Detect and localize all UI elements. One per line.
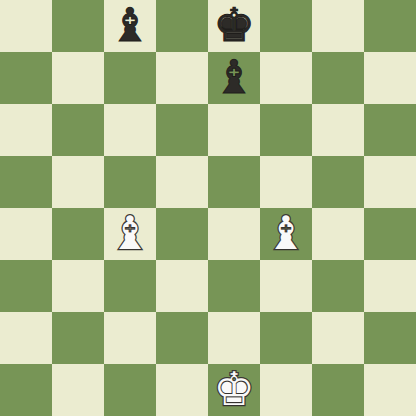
square-g3[interactable] [312,260,364,312]
square-b8[interactable] [52,0,104,52]
square-f5[interactable] [260,156,312,208]
square-a5[interactable] [0,156,52,208]
square-b7[interactable] [52,52,104,104]
square-h6[interactable] [364,104,416,156]
white-king[interactable]: ♚ [213,366,254,412]
square-b4[interactable] [52,208,104,260]
square-h4[interactable] [364,208,416,260]
square-f2[interactable] [260,312,312,364]
square-b5[interactable] [52,156,104,208]
chess-board: ♝♚♝♝♝♚ [0,0,416,416]
square-d3[interactable] [156,260,208,312]
square-d6[interactable] [156,104,208,156]
square-g1[interactable] [312,364,364,416]
square-c3[interactable] [104,260,156,312]
square-d4[interactable] [156,208,208,260]
black-king[interactable]: ♚ [213,2,254,48]
square-f1[interactable] [260,364,312,416]
square-h7[interactable] [364,52,416,104]
square-a7[interactable] [0,52,52,104]
square-g8[interactable] [312,0,364,52]
square-e7[interactable]: ♝ [208,52,260,104]
square-h5[interactable] [364,156,416,208]
square-c4[interactable]: ♝ [104,208,156,260]
square-b2[interactable] [52,312,104,364]
square-g4[interactable] [312,208,364,260]
square-h8[interactable] [364,0,416,52]
square-c2[interactable] [104,312,156,364]
square-h2[interactable] [364,312,416,364]
square-f8[interactable] [260,0,312,52]
square-c8[interactable]: ♝ [104,0,156,52]
square-b1[interactable] [52,364,104,416]
square-e2[interactable] [208,312,260,364]
white-bishop[interactable]: ♝ [265,210,306,256]
square-f4[interactable]: ♝ [260,208,312,260]
square-a4[interactable] [0,208,52,260]
square-a2[interactable] [0,312,52,364]
black-bishop[interactable]: ♝ [109,2,150,48]
square-d1[interactable] [156,364,208,416]
square-c1[interactable] [104,364,156,416]
square-c7[interactable] [104,52,156,104]
square-f3[interactable] [260,260,312,312]
black-bishop[interactable]: ♝ [213,54,254,100]
square-g5[interactable] [312,156,364,208]
square-g2[interactable] [312,312,364,364]
square-e5[interactable] [208,156,260,208]
square-e4[interactable] [208,208,260,260]
square-h1[interactable] [364,364,416,416]
square-e6[interactable] [208,104,260,156]
square-a3[interactable] [0,260,52,312]
square-a1[interactable] [0,364,52,416]
square-b3[interactable] [52,260,104,312]
square-d5[interactable] [156,156,208,208]
square-f7[interactable] [260,52,312,104]
square-f6[interactable] [260,104,312,156]
square-c5[interactable] [104,156,156,208]
square-e3[interactable] [208,260,260,312]
square-e1[interactable]: ♚ [208,364,260,416]
square-c6[interactable] [104,104,156,156]
square-a6[interactable] [0,104,52,156]
square-e8[interactable]: ♚ [208,0,260,52]
square-a8[interactable] [0,0,52,52]
square-h3[interactable] [364,260,416,312]
white-bishop[interactable]: ♝ [109,210,150,256]
square-d8[interactable] [156,0,208,52]
square-g6[interactable] [312,104,364,156]
square-d2[interactable] [156,312,208,364]
square-d7[interactable] [156,52,208,104]
square-g7[interactable] [312,52,364,104]
square-b6[interactable] [52,104,104,156]
